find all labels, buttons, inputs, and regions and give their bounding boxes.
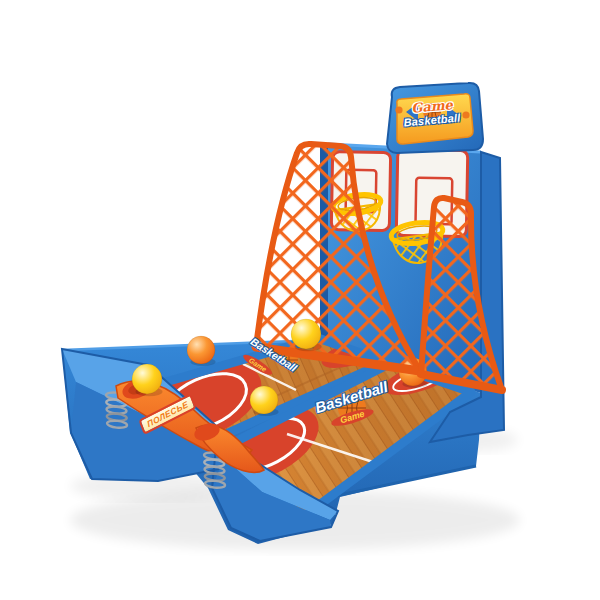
header-sign [387, 83, 483, 153]
banner-basketball-icon [423, 103, 441, 121]
banner-mini-ball-left-icon [395, 106, 402, 113]
toy-basketball-illustration [0, 0, 600, 600]
yellow-ball [132, 364, 162, 394]
yellow-ball [291, 319, 321, 349]
right-lane-printed-basketball [338, 394, 366, 422]
yellow-ball [250, 386, 278, 414]
product-photo: Game Basketball Basketball Game Basketba… [0, 0, 600, 600]
orange-ball [187, 336, 215, 364]
banner-mini-ball-right-icon [462, 111, 469, 118]
